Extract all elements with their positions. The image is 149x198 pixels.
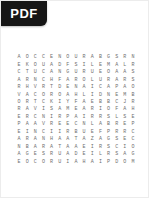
- grid-cell: S: [129, 69, 137, 76]
- grid-cell: A: [113, 61, 121, 68]
- grid-cell: E: [121, 136, 129, 143]
- grid-cell: B: [96, 99, 104, 106]
- grid-cell: U: [31, 69, 39, 76]
- grid-cell: R: [23, 76, 31, 83]
- grid-cell: R: [113, 121, 121, 128]
- grid-cell: C: [113, 99, 121, 106]
- grid-cell: R: [39, 84, 47, 91]
- grid-cell: O: [129, 84, 137, 91]
- grid-cell: A: [121, 84, 129, 91]
- grid-cell: K: [23, 61, 31, 68]
- grid-cell: R: [80, 54, 88, 61]
- grid-cell: R: [80, 69, 88, 76]
- grid-cell: V: [31, 106, 39, 113]
- grid-cell: I: [96, 159, 104, 166]
- grid-cell: I: [88, 84, 96, 91]
- grid-cell: N: [56, 54, 64, 61]
- grid-cell: O: [23, 54, 31, 61]
- grid-cell: R: [121, 76, 129, 83]
- grid-cell: E: [121, 121, 129, 128]
- grid-cell: A: [121, 69, 129, 76]
- grid-cell: E: [80, 151, 88, 158]
- grid-cell: G: [64, 69, 72, 76]
- grid-cell: O: [121, 159, 129, 166]
- grid-cell: R: [39, 144, 47, 151]
- pdf-badge: PDF: [1, 1, 47, 26]
- grid-cell: U: [72, 54, 80, 61]
- grid-cell: B: [23, 144, 31, 151]
- grid-cell: S: [72, 61, 80, 68]
- grid-cell: A: [121, 106, 129, 113]
- grid-cell: A: [15, 76, 23, 83]
- grid-cell: U: [96, 76, 104, 83]
- grid-cell: R: [129, 99, 137, 106]
- grid-cell: O: [104, 69, 112, 76]
- grid-cell: I: [121, 144, 129, 151]
- pdf-thumbnail: AOCCENOURABGSRNEKOUADFSILEMALRCTUCANGURU…: [0, 0, 149, 198]
- grid-cell: I: [48, 129, 56, 136]
- grid-cell: R: [64, 129, 72, 136]
- grid-cell: R: [23, 136, 31, 143]
- grid-cell: R: [72, 76, 80, 83]
- grid-cell: A: [113, 76, 121, 83]
- grid-cell: O: [39, 159, 47, 166]
- grid-cell: A: [48, 61, 56, 68]
- grid-cell: E: [72, 106, 80, 113]
- grid-cell: E: [48, 54, 56, 61]
- grid-cell: M: [104, 61, 112, 68]
- grid-cell: B: [96, 54, 104, 61]
- grid-cell: A: [31, 144, 39, 151]
- grid-cell: R: [121, 129, 129, 136]
- grid-cell: V: [39, 121, 47, 128]
- grid-cell: E: [15, 61, 23, 68]
- grid-cell: C: [129, 129, 137, 136]
- grid-cell: A: [31, 121, 39, 128]
- grid-cell: E: [15, 114, 23, 121]
- grid-cell: C: [39, 54, 47, 61]
- grid-cell: A: [64, 144, 72, 151]
- grid-cell: S: [104, 114, 112, 121]
- grid-cell: R: [48, 159, 56, 166]
- grid-cell: E: [96, 69, 104, 76]
- grid-cell: R: [121, 54, 129, 61]
- grid-cell: S: [39, 151, 47, 158]
- grid-cell: A: [15, 151, 23, 158]
- grid-cell: L: [88, 61, 96, 68]
- grid-cell: S: [113, 136, 121, 143]
- grid-cell: N: [72, 84, 80, 91]
- grid-cell: P: [104, 129, 112, 136]
- grid-cell: C: [31, 159, 39, 166]
- grid-cell: D: [96, 91, 104, 98]
- grid-cell: E: [15, 129, 23, 136]
- grid-cell: E: [15, 159, 23, 166]
- grid-cell: I: [64, 159, 72, 166]
- grid-cell: C: [39, 99, 47, 106]
- grid-cell: P: [104, 159, 112, 166]
- grid-cell: F: [64, 61, 72, 68]
- grid-cell: R: [15, 84, 23, 91]
- grid-cell: A: [80, 106, 88, 113]
- grid-cell: B: [104, 99, 112, 106]
- grid-cell: M: [64, 106, 72, 113]
- grid-cell: A: [64, 136, 72, 143]
- grid-cell: A: [64, 76, 72, 83]
- grid-cell: S: [113, 151, 121, 158]
- grid-cell: M: [129, 159, 137, 166]
- grid-cell: B: [129, 91, 137, 98]
- grid-cell: T: [72, 136, 80, 143]
- grid-cell: I: [39, 106, 47, 113]
- grid-cell: R: [113, 129, 121, 136]
- grid-cell: A: [72, 114, 80, 121]
- grid-cell: A: [56, 136, 64, 143]
- document-page: AOCCENOURABGSRNEKOUADFSILEMALRCTUCANGURU…: [1, 1, 148, 197]
- grid-cell: C: [96, 84, 104, 91]
- grid-cell: A: [23, 121, 31, 128]
- grid-cell: H: [129, 106, 137, 113]
- grid-cell: E: [64, 84, 72, 91]
- grid-cell: T: [31, 99, 39, 106]
- grid-cell: I: [80, 114, 88, 121]
- grid-cell: C: [31, 91, 39, 98]
- grid-cell: D: [56, 84, 64, 91]
- grid-cell: R: [104, 151, 112, 158]
- grid-cell: F: [113, 106, 121, 113]
- grid-cell: O: [64, 54, 72, 61]
- grid-cell: C: [39, 129, 47, 136]
- grid-cell: C: [72, 121, 80, 128]
- grid-cell: H: [48, 136, 56, 143]
- grid-cell: R: [129, 61, 137, 68]
- grid-cell: S: [129, 76, 137, 83]
- grid-cell: I: [88, 151, 96, 158]
- grid-cell: S: [113, 54, 121, 61]
- grid-cell: O: [56, 91, 64, 98]
- grid-cell: R: [15, 106, 23, 113]
- grid-cell: R: [23, 114, 31, 121]
- grid-cell: I: [88, 144, 96, 151]
- grid-cell: U: [72, 69, 80, 76]
- grid-cell: U: [39, 61, 47, 68]
- grid-cell: E: [88, 99, 96, 106]
- grid-cell: A: [31, 136, 39, 143]
- grid-cell: H: [80, 159, 88, 166]
- grid-cell: H: [48, 76, 56, 83]
- grid-cell: J: [121, 99, 129, 106]
- grid-cell: A: [48, 144, 56, 151]
- grid-cell: R: [48, 121, 56, 128]
- grid-cell: L: [96, 151, 104, 158]
- grid-cell: E: [88, 129, 96, 136]
- grid-cell: A: [96, 121, 104, 128]
- grid-cell: I: [56, 99, 64, 106]
- grid-cell: D: [72, 151, 80, 158]
- grid-cell: E: [80, 144, 88, 151]
- grid-cell: A: [56, 106, 64, 113]
- grid-cell: E: [64, 121, 72, 128]
- grid-cell: A: [23, 106, 31, 113]
- grid-cell: G: [104, 54, 112, 61]
- grid-cell: P: [15, 121, 23, 128]
- grid-cell: A: [121, 151, 129, 158]
- grid-cell: F: [96, 129, 104, 136]
- grid-cell: A: [88, 159, 96, 166]
- grid-cell: V: [31, 84, 39, 91]
- grid-cell: S: [48, 106, 56, 113]
- grid-cell: R: [48, 91, 56, 98]
- grid-cell: A: [104, 84, 112, 91]
- grid-cell: M: [121, 91, 129, 98]
- grid-cell: P: [113, 84, 121, 91]
- grid-cell: G: [129, 151, 137, 158]
- grid-cell: I: [88, 91, 96, 98]
- grid-cell: I: [48, 114, 56, 121]
- grid-cell: A: [113, 69, 121, 76]
- grid-cell: C: [31, 54, 39, 61]
- grid-cell: O: [15, 99, 23, 106]
- grid-cell: N: [31, 76, 39, 83]
- grid-cell: F: [56, 76, 64, 83]
- grid-cell: A: [15, 54, 23, 61]
- grid-cell: O: [31, 61, 39, 68]
- grid-cell: R: [104, 76, 112, 83]
- grid-cell: R: [48, 151, 56, 158]
- grid-cell: O: [39, 91, 47, 98]
- grid-cell: R: [56, 114, 64, 121]
- grid-cell: L: [88, 76, 96, 83]
- grid-cell: U: [88, 69, 96, 76]
- grid-cell: R: [23, 99, 31, 106]
- grid-cell: P: [129, 121, 137, 128]
- grid-cell: B: [104, 121, 112, 128]
- pdf-badge-label: PDF: [10, 6, 38, 21]
- grid-cell: U: [80, 129, 88, 136]
- grid-cell: C: [39, 76, 47, 83]
- grid-cell: R: [96, 114, 104, 121]
- grid-cell: T: [23, 69, 31, 76]
- word-search-grid: AOCCENOURABGSRNEKOUADFSILEMALRCTUCANGURU…: [15, 54, 137, 166]
- grid-cell: S: [121, 114, 129, 121]
- grid-cell: L: [80, 91, 88, 98]
- grid-cell: L: [121, 61, 129, 68]
- grid-cell: L: [113, 114, 121, 121]
- grid-cell: E: [56, 121, 64, 128]
- grid-cell: L: [88, 121, 96, 128]
- grid-cell: C: [113, 144, 121, 151]
- grid-cell: C: [129, 136, 137, 143]
- grid-cell: H: [72, 91, 80, 98]
- grid-cell: D: [113, 159, 121, 166]
- grid-cell: O: [129, 144, 137, 151]
- grid-cell: E: [31, 151, 39, 158]
- grid-cell: N: [104, 91, 112, 98]
- grid-cell: I: [96, 106, 104, 113]
- grid-cell: E: [96, 61, 104, 68]
- grid-cell: Z: [88, 136, 96, 143]
- grid-cell: A: [64, 151, 72, 158]
- grid-cell: A: [72, 144, 80, 151]
- grid-cell: N: [56, 69, 64, 76]
- grid-cell: C: [15, 69, 23, 76]
- grid-cell: C: [39, 69, 47, 76]
- grid-cell: E: [129, 114, 137, 121]
- grid-cell: N: [15, 144, 23, 151]
- grid-cell: N: [39, 136, 47, 143]
- grid-cell: H: [23, 84, 31, 91]
- grid-cell: O: [80, 76, 88, 83]
- grid-cell: Y: [64, 99, 72, 106]
- grid-cell: E: [113, 91, 121, 98]
- grid-cell: O: [104, 106, 112, 113]
- grid-cell: N: [39, 114, 47, 121]
- grid-cell: A: [23, 91, 31, 98]
- grid-cell: V: [15, 91, 23, 98]
- grid-cell: R: [88, 114, 96, 121]
- grid-cell: N: [31, 129, 39, 136]
- grid-cell: A: [80, 84, 88, 91]
- grid-cell: A: [15, 136, 23, 143]
- grid-cell: F: [72, 99, 80, 106]
- grid-cell: C: [31, 114, 39, 121]
- grid-cell: G: [104, 136, 112, 143]
- grid-cell: A: [64, 91, 72, 98]
- grid-cell: P: [64, 114, 72, 121]
- grid-cell: S: [104, 144, 112, 151]
- grid-cell: I: [23, 129, 31, 136]
- grid-cell: A: [48, 69, 56, 76]
- grid-cell: A: [88, 54, 96, 61]
- grid-cell: I: [56, 129, 64, 136]
- grid-cell: U: [56, 159, 64, 166]
- grid-cell: O: [23, 159, 31, 166]
- grid-cell: K: [48, 99, 56, 106]
- grid-cell: N: [129, 54, 137, 61]
- grid-cell: A: [80, 99, 88, 106]
- grid-cell: B: [72, 129, 80, 136]
- grid-cell: A: [72, 159, 80, 166]
- grid-cell: N: [80, 121, 88, 128]
- grid-cell: I: [80, 61, 88, 68]
- grid-cell: R: [96, 144, 104, 151]
- grid-cell: T: [56, 144, 64, 151]
- grid-cell: A: [96, 136, 104, 143]
- grid-cell: D: [56, 61, 64, 68]
- grid-cell: T: [48, 84, 56, 91]
- grid-cell: R: [88, 106, 96, 113]
- grid-cell: A: [80, 136, 88, 143]
- grid-cell: U: [56, 151, 64, 158]
- grid-cell: G: [23, 151, 31, 158]
